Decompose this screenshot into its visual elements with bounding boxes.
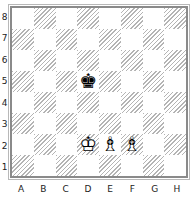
square-a5[interactable]: [12, 71, 34, 92]
square-e2[interactable]: ♝♗: [99, 134, 121, 155]
file-label-c: C: [55, 180, 77, 197]
square-e3[interactable]: [99, 113, 121, 134]
square-g8[interactable]: [143, 8, 165, 29]
square-f7[interactable]: [121, 29, 143, 50]
square-e8[interactable]: [99, 8, 121, 29]
piece-black-king[interactable]: ♚♚: [79, 71, 97, 91]
rank-label-2: 2: [0, 135, 9, 157]
square-d5[interactable]: ♚♚: [77, 71, 99, 92]
square-c4[interactable]: [56, 92, 78, 113]
piece-glyph: ♗: [101, 134, 119, 155]
square-f6[interactable]: [121, 50, 143, 71]
piece-glyph: ♔: [79, 134, 97, 155]
square-c2[interactable]: [56, 134, 78, 155]
square-d2[interactable]: ♚♔: [77, 134, 99, 155]
piece-white-bishop[interactable]: ♝♗: [101, 134, 119, 154]
rank-label-4: 4: [0, 92, 9, 114]
file-label-a: A: [10, 180, 32, 197]
square-d3[interactable]: [77, 113, 99, 134]
square-c3[interactable]: [56, 113, 78, 134]
square-d6[interactable]: [77, 50, 99, 71]
file-labels: ABCDEFGH: [10, 180, 188, 197]
square-b6[interactable]: [34, 50, 56, 71]
square-b5[interactable]: [34, 71, 56, 92]
square-c8[interactable]: [56, 8, 78, 29]
square-f1[interactable]: [121, 155, 143, 176]
square-a4[interactable]: [12, 92, 34, 113]
square-h7[interactable]: [164, 29, 186, 50]
square-g1[interactable]: [143, 155, 165, 176]
rank-label-7: 7: [0, 28, 9, 50]
rank-labels: 87654321: [0, 6, 9, 178]
square-h5[interactable]: [164, 71, 186, 92]
square-a3[interactable]: [12, 113, 34, 134]
square-b8[interactable]: [34, 8, 56, 29]
file-label-f: F: [121, 180, 143, 197]
piece-white-king[interactable]: ♚♔: [79, 134, 97, 154]
rank-label-5: 5: [0, 71, 9, 93]
square-f8[interactable]: [121, 8, 143, 29]
square-a2[interactable]: [12, 134, 34, 155]
square-g3[interactable]: [143, 113, 165, 134]
square-h8[interactable]: [164, 8, 186, 29]
square-d7[interactable]: [77, 29, 99, 50]
square-h1[interactable]: [164, 155, 186, 176]
square-f5[interactable]: [121, 71, 143, 92]
square-c5[interactable]: [56, 71, 78, 92]
square-d4[interactable]: [77, 92, 99, 113]
square-a8[interactable]: [12, 8, 34, 29]
square-c1[interactable]: [56, 155, 78, 176]
board: ♚♚♚♔♝♗♝♗: [12, 8, 186, 176]
square-g6[interactable]: [143, 50, 165, 71]
square-b3[interactable]: [34, 113, 56, 134]
square-f3[interactable]: [121, 113, 143, 134]
square-h2[interactable]: [164, 134, 186, 155]
square-a7[interactable]: [12, 29, 34, 50]
piece-glyph: ♗: [123, 134, 141, 155]
square-g7[interactable]: [143, 29, 165, 50]
square-d8[interactable]: [77, 8, 99, 29]
board-frame: ♚♚♚♔♝♗♝♗: [10, 6, 188, 178]
square-b4[interactable]: [34, 92, 56, 113]
square-d1[interactable]: [77, 155, 99, 176]
square-a1[interactable]: [12, 155, 34, 176]
square-e5[interactable]: [99, 71, 121, 92]
square-h4[interactable]: [164, 92, 186, 113]
square-b7[interactable]: [34, 29, 56, 50]
square-e7[interactable]: [99, 29, 121, 50]
square-h6[interactable]: [164, 50, 186, 71]
file-label-g: G: [144, 180, 166, 197]
square-a6[interactable]: [12, 50, 34, 71]
rank-label-6: 6: [0, 49, 9, 71]
file-label-e: E: [99, 180, 121, 197]
square-g2[interactable]: [143, 134, 165, 155]
square-e4[interactable]: [99, 92, 121, 113]
square-b2[interactable]: [34, 134, 56, 155]
square-c7[interactable]: [56, 29, 78, 50]
rank-label-1: 1: [0, 157, 9, 179]
square-h3[interactable]: [164, 113, 186, 134]
piece-white-bishop[interactable]: ♝♗: [123, 134, 141, 154]
square-g5[interactable]: [143, 71, 165, 92]
square-f2[interactable]: ♝♗: [121, 134, 143, 155]
square-c6[interactable]: [56, 50, 78, 71]
rank-label-3: 3: [0, 114, 9, 136]
square-g4[interactable]: [143, 92, 165, 113]
chess-diagram: 87654321 ♚♚♚♔♝♗♝♗ ABCDEFGH: [0, 0, 196, 200]
square-e1[interactable]: [99, 155, 121, 176]
file-label-d: D: [77, 180, 99, 197]
file-label-b: B: [32, 180, 54, 197]
square-f4[interactable]: [121, 92, 143, 113]
square-e6[interactable]: [99, 50, 121, 71]
square-b1[interactable]: [34, 155, 56, 176]
file-label-h: H: [166, 180, 188, 197]
rank-label-8: 8: [0, 6, 9, 28]
piece-glyph: ♚: [79, 71, 97, 92]
